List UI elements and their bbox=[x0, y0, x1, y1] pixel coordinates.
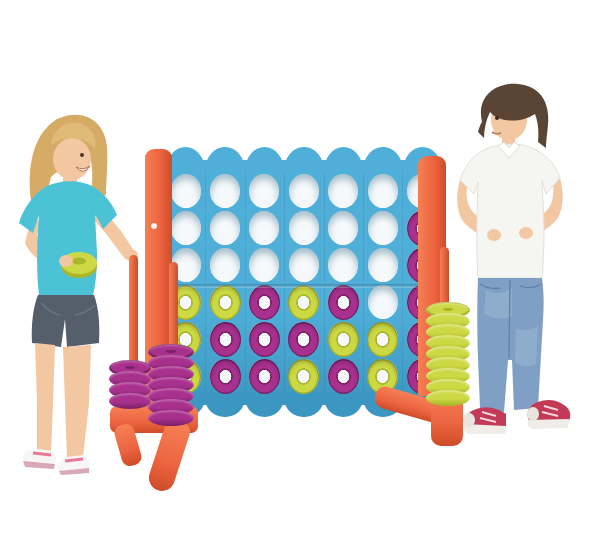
board-hole bbox=[368, 248, 398, 282]
magenta-disc bbox=[210, 359, 241, 394]
board-hole bbox=[210, 211, 240, 245]
board-edge-scallop bbox=[245, 393, 284, 417]
spare-yellow-disc bbox=[426, 390, 470, 406]
girl-eye bbox=[80, 153, 84, 157]
girl-right-leg bbox=[63, 345, 91, 459]
board-hole bbox=[368, 174, 398, 208]
board-cell bbox=[284, 247, 323, 283]
magenta-disc bbox=[288, 322, 319, 357]
magenta-disc bbox=[249, 322, 280, 357]
board-cell bbox=[284, 358, 323, 394]
board-hole bbox=[289, 248, 319, 282]
yellow-disc bbox=[328, 322, 359, 357]
board-edge-scallop bbox=[324, 393, 363, 417]
spare-magenta-disc bbox=[109, 393, 151, 409]
board-cell bbox=[324, 321, 363, 357]
magenta-disc bbox=[249, 285, 280, 320]
board-cell bbox=[324, 284, 363, 320]
board-cell bbox=[205, 247, 244, 283]
board-hole bbox=[368, 285, 398, 319]
board-seam bbox=[166, 284, 442, 288]
board-cell bbox=[245, 284, 284, 320]
girl-face bbox=[53, 138, 91, 180]
board-hole bbox=[328, 211, 358, 245]
board-hole bbox=[289, 211, 319, 245]
board-cell bbox=[363, 210, 402, 246]
spare-magenta-disc bbox=[148, 410, 194, 426]
board-cell bbox=[205, 210, 244, 246]
board-cell bbox=[363, 247, 402, 283]
magenta-disc bbox=[249, 359, 280, 394]
board-cell bbox=[324, 173, 363, 209]
board-cell bbox=[245, 173, 284, 209]
girl-right-shoe bbox=[58, 455, 90, 475]
boy-left-hand bbox=[487, 229, 501, 241]
magenta-disc bbox=[210, 322, 241, 357]
board-cell bbox=[245, 210, 284, 246]
boy-polo-shirt bbox=[460, 144, 560, 278]
spare-magenta-stack-front bbox=[109, 360, 151, 409]
frame-screw bbox=[151, 223, 157, 229]
board-cell bbox=[324, 210, 363, 246]
boy-eye bbox=[495, 116, 499, 120]
board-cell bbox=[284, 210, 323, 246]
girl-shorts bbox=[32, 295, 100, 347]
board-cell bbox=[363, 284, 402, 320]
girl-left-shoe bbox=[23, 449, 56, 469]
board-cell bbox=[324, 247, 363, 283]
spare-disc-pole-left-rear bbox=[169, 262, 178, 352]
board-hole bbox=[171, 211, 201, 245]
yellow-disc bbox=[288, 285, 319, 320]
board-cell bbox=[205, 284, 244, 320]
board-hole bbox=[368, 211, 398, 245]
board-edge-scallop bbox=[205, 393, 244, 417]
board-hole bbox=[249, 248, 279, 282]
board-hole bbox=[289, 174, 319, 208]
board-cell bbox=[284, 284, 323, 320]
board-hole bbox=[249, 211, 279, 245]
board-hole bbox=[210, 174, 240, 208]
girl-left-leg bbox=[35, 343, 55, 451]
board-hole bbox=[249, 174, 279, 208]
board-hole bbox=[328, 174, 358, 208]
board-hole bbox=[171, 174, 201, 208]
board-cell bbox=[245, 321, 284, 357]
board-hole bbox=[328, 248, 358, 282]
board-hole bbox=[210, 248, 240, 282]
board-cell bbox=[245, 247, 284, 283]
spare-yellow-stack bbox=[426, 302, 470, 406]
board-cell bbox=[324, 358, 363, 394]
board-edge-scallop bbox=[284, 393, 323, 417]
board-cell bbox=[363, 321, 402, 357]
girl-right-hand bbox=[59, 255, 73, 267]
boy-right-hand bbox=[519, 227, 533, 239]
spare-disc-pole-left-front bbox=[129, 255, 138, 367]
board-cell bbox=[284, 173, 323, 209]
board-cell bbox=[205, 173, 244, 209]
boy-right-sneaker bbox=[527, 400, 570, 429]
magenta-disc bbox=[328, 285, 359, 320]
board-cell bbox=[205, 321, 244, 357]
board-cell bbox=[284, 321, 323, 357]
yellow-disc bbox=[210, 285, 241, 320]
scene bbox=[0, 0, 603, 547]
boy-figure bbox=[452, 78, 602, 453]
yellow-disc bbox=[367, 322, 398, 357]
magenta-disc bbox=[328, 359, 359, 394]
board bbox=[166, 160, 442, 405]
board-cell bbox=[205, 358, 244, 394]
board-cell bbox=[363, 173, 402, 209]
board-cell bbox=[245, 358, 284, 394]
spare-magenta-stack-rear bbox=[148, 344, 194, 426]
boy-left-sneaker bbox=[463, 407, 506, 434]
yellow-disc bbox=[288, 359, 319, 394]
